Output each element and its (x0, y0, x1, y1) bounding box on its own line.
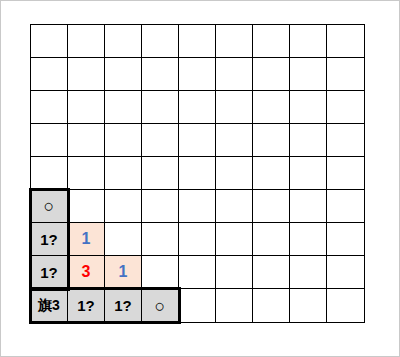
cell-r8c5[interactable] (216, 289, 253, 322)
cell-r6c0[interactable]: 1? (31, 223, 68, 256)
cell-r7c5[interactable] (216, 256, 253, 289)
cell-r1c7[interactable] (290, 58, 327, 91)
cell-r2c3[interactable] (142, 91, 179, 124)
cell-r4c0[interactable] (31, 157, 68, 190)
cell-r6c7[interactable] (290, 223, 327, 256)
cell-r5c5[interactable] (216, 190, 253, 223)
cell-r8c2[interactable]: 1? (105, 289, 142, 322)
cell-r4c8[interactable] (327, 157, 364, 190)
cell-r0c2[interactable] (105, 25, 142, 58)
cell-r1c1[interactable] (68, 58, 105, 91)
cell-r0c5[interactable] (216, 25, 253, 58)
cell-r1c4[interactable] (179, 58, 216, 91)
cell-r0c3[interactable] (142, 25, 179, 58)
cell-r1c0[interactable] (31, 58, 68, 91)
cell-r8c8[interactable] (327, 289, 364, 322)
cell-r8c0[interactable]: 旗3 (31, 289, 68, 322)
cell-r2c2[interactable] (105, 91, 142, 124)
cell-r4c6[interactable] (253, 157, 290, 190)
cell-r8c7[interactable] (290, 289, 327, 322)
cell-r0c6[interactable] (253, 25, 290, 58)
cell-r0c7[interactable] (290, 25, 327, 58)
cell-r0c8[interactable] (327, 25, 364, 58)
cell-r4c3[interactable] (142, 157, 179, 190)
cell-r7c0[interactable]: 1? (31, 256, 68, 289)
cell-r7c4[interactable] (179, 256, 216, 289)
cell-r5c8[interactable] (327, 190, 364, 223)
cell-r4c2[interactable] (105, 157, 142, 190)
cell-r6c5[interactable] (216, 223, 253, 256)
cell-r2c5[interactable] (216, 91, 253, 124)
cell-r3c1[interactable] (68, 124, 105, 157)
cell-r4c1[interactable] (68, 157, 105, 190)
cell-r5c1[interactable] (68, 190, 105, 223)
cell-r3c3[interactable] (142, 124, 179, 157)
cell-r6c6[interactable] (253, 223, 290, 256)
cell-r1c2[interactable] (105, 58, 142, 91)
cell-r5c0[interactable]: ○ (31, 190, 68, 223)
cell-r5c7[interactable] (290, 190, 327, 223)
cell-r8c3[interactable]: ○ (142, 289, 179, 322)
cell-r3c2[interactable] (105, 124, 142, 157)
cell-r3c5[interactable] (216, 124, 253, 157)
cell-r6c4[interactable] (179, 223, 216, 256)
cell-r7c1[interactable]: 3 (68, 256, 105, 289)
cell-r3c6[interactable] (253, 124, 290, 157)
cell-r0c1[interactable] (68, 25, 105, 58)
cell-r7c2[interactable]: 1 (105, 256, 142, 289)
cell-r6c8[interactable] (327, 223, 364, 256)
cell-r1c5[interactable] (216, 58, 253, 91)
cell-r5c6[interactable] (253, 190, 290, 223)
cell-r2c8[interactable] (327, 91, 364, 124)
cell-r6c1[interactable]: 1 (68, 223, 105, 256)
cell-r7c7[interactable] (290, 256, 327, 289)
cell-r6c3[interactable] (142, 223, 179, 256)
cell-r4c7[interactable] (290, 157, 327, 190)
cell-r5c3[interactable] (142, 190, 179, 223)
cell-r1c3[interactable] (142, 58, 179, 91)
cell-r3c8[interactable] (327, 124, 364, 157)
cell-r3c4[interactable] (179, 124, 216, 157)
cell-r7c6[interactable] (253, 256, 290, 289)
minesweeper-board: ○1?11?31旗31?1?○ (30, 24, 365, 323)
cell-r4c4[interactable] (179, 157, 216, 190)
cell-r3c7[interactable] (290, 124, 327, 157)
cell-r6c2[interactable] (105, 223, 142, 256)
cell-r7c3[interactable] (142, 256, 179, 289)
cell-r1c8[interactable] (327, 58, 364, 91)
cell-r0c4[interactable] (179, 25, 216, 58)
cell-r8c6[interactable] (253, 289, 290, 322)
cell-r4c5[interactable] (216, 157, 253, 190)
cell-r2c1[interactable] (68, 91, 105, 124)
cell-r2c7[interactable] (290, 91, 327, 124)
cell-r2c6[interactable] (253, 91, 290, 124)
cell-r8c4[interactable] (179, 289, 216, 322)
cell-r5c4[interactable] (179, 190, 216, 223)
cell-r2c4[interactable] (179, 91, 216, 124)
cell-r3c0[interactable] (31, 124, 68, 157)
screenshot-frame: ○1?11?31旗31?1?○ (0, 0, 400, 357)
cell-r2c0[interactable] (31, 91, 68, 124)
cell-r7c8[interactable] (327, 256, 364, 289)
cell-r5c2[interactable] (105, 190, 142, 223)
cell-r1c6[interactable] (253, 58, 290, 91)
cell-r8c1[interactable]: 1? (68, 289, 105, 322)
cell-r0c0[interactable] (31, 25, 68, 58)
